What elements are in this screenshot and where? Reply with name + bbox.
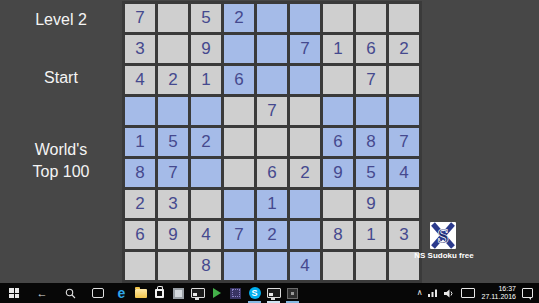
taskbar-skype-button[interactable]: S bbox=[245, 283, 264, 303]
cell-r7c5[interactable]: 1 bbox=[257, 190, 287, 218]
cell-r6c8[interactable]: 5 bbox=[356, 159, 386, 187]
cell-r8c2[interactable]: 9 bbox=[158, 221, 188, 249]
cell-r5c3[interactable]: 2 bbox=[191, 128, 221, 156]
cell-r3c9[interactable] bbox=[389, 66, 419, 94]
cell-r1c9[interactable] bbox=[389, 4, 419, 32]
cell-r8c5[interactable]: 2 bbox=[257, 221, 287, 249]
cell-r4c2[interactable] bbox=[158, 97, 188, 125]
cell-r2c5[interactable] bbox=[257, 35, 287, 63]
worlds-top-100-line1: World's bbox=[0, 139, 122, 161]
task-view-icon bbox=[92, 288, 104, 298]
taskbar-app-monitor-button[interactable] bbox=[188, 283, 207, 303]
logo-monogram: S bbox=[437, 224, 449, 248]
cell-r1c5[interactable] bbox=[257, 4, 287, 32]
taskbar-photos-button[interactable] bbox=[169, 283, 188, 303]
cell-r1c7[interactable] bbox=[323, 4, 353, 32]
cell-r6c3[interactable] bbox=[191, 159, 221, 187]
menu-item-start[interactable]: Start bbox=[0, 69, 122, 87]
touch-keyboard-icon[interactable] bbox=[461, 288, 475, 298]
cell-r3c3[interactable]: 1 bbox=[191, 66, 221, 94]
monitor-app-icon bbox=[267, 288, 281, 298]
cell-r3c6[interactable] bbox=[290, 66, 320, 94]
cell-r9c1[interactable] bbox=[125, 252, 155, 280]
cell-r2c1[interactable]: 3 bbox=[125, 35, 155, 63]
cell-r2c8[interactable]: 6 bbox=[356, 35, 386, 63]
cell-r8c1[interactable]: 6 bbox=[125, 221, 155, 249]
cell-r4c8[interactable] bbox=[356, 97, 386, 125]
cell-r4c4[interactable] bbox=[224, 97, 254, 125]
cell-r2c3[interactable]: 9 bbox=[191, 35, 221, 63]
cell-r2c9[interactable]: 2 bbox=[389, 35, 419, 63]
cell-r6c1[interactable]: 8 bbox=[125, 159, 155, 187]
cell-r1c4[interactable]: 2 bbox=[224, 4, 254, 32]
hidden-icons-chevron[interactable]: ∧ bbox=[417, 289, 423, 297]
cell-r4c6[interactable] bbox=[290, 97, 320, 125]
cell-r5c7[interactable]: 6 bbox=[323, 128, 353, 156]
cell-r3c2[interactable]: 2 bbox=[158, 66, 188, 94]
cell-r6c7[interactable]: 9 bbox=[323, 159, 353, 187]
cell-r7c3[interactable] bbox=[191, 190, 221, 218]
cell-r1c8[interactable] bbox=[356, 4, 386, 32]
cell-r1c6[interactable] bbox=[290, 4, 320, 32]
search-button[interactable] bbox=[56, 283, 84, 303]
cell-r4c7[interactable] bbox=[323, 97, 353, 125]
file-explorer-icon bbox=[135, 289, 147, 298]
volume-icon[interactable] bbox=[444, 289, 455, 298]
cell-r8c3[interactable]: 4 bbox=[191, 221, 221, 249]
sudoku-board: 7523971624216771526878762954231969472813… bbox=[122, 1, 422, 283]
clock-date: 27.11.2016 bbox=[481, 293, 516, 301]
cell-r2c2[interactable] bbox=[158, 35, 188, 63]
ns-sudoku-logo-icon: S bbox=[430, 222, 456, 249]
photos-icon bbox=[173, 288, 184, 299]
taskbar-file-explorer-button[interactable] bbox=[131, 283, 150, 303]
taskbar-active-app-button[interactable] bbox=[264, 283, 283, 303]
menu-item-worlds-top-100[interactable]: World's Top 100 bbox=[0, 139, 122, 183]
cell-r6c2[interactable]: 7 bbox=[158, 159, 188, 187]
cell-r1c2[interactable] bbox=[158, 4, 188, 32]
cell-r5c5[interactable] bbox=[257, 128, 287, 156]
cell-r4c3[interactable] bbox=[191, 97, 221, 125]
cell-r7c1[interactable]: 2 bbox=[125, 190, 155, 218]
cell-r6c9[interactable]: 4 bbox=[389, 159, 419, 187]
taskbar-edge-button[interactable]: e bbox=[112, 283, 131, 303]
system-tray: ∧ 16:37 27.11.2016 bbox=[417, 285, 539, 301]
cell-r5c1[interactable]: 1 bbox=[125, 128, 155, 156]
logo-label: NS Sudoku free bbox=[399, 251, 489, 260]
cell-r3c7[interactable] bbox=[323, 66, 353, 94]
cell-r9c3[interactable]: 8 bbox=[191, 252, 221, 280]
cell-r9c6[interactable]: 4 bbox=[290, 252, 320, 280]
cell-r2c4[interactable] bbox=[224, 35, 254, 63]
monitor-app-icon bbox=[191, 288, 205, 298]
app-window: Level 2 Start World's Top 100 7523971624… bbox=[0, 0, 539, 303]
cell-r7c2[interactable]: 3 bbox=[158, 190, 188, 218]
cell-r8c4[interactable]: 7 bbox=[224, 221, 254, 249]
cell-r8c6[interactable] bbox=[290, 221, 320, 249]
cell-r8c8[interactable]: 1 bbox=[356, 221, 386, 249]
cell-r7c4[interactable] bbox=[224, 190, 254, 218]
cell-r6c4[interactable] bbox=[224, 159, 254, 187]
skype-icon: S bbox=[249, 287, 261, 299]
cell-r5c9[interactable]: 7 bbox=[389, 128, 419, 156]
play-icon bbox=[213, 288, 221, 298]
cell-r2c6[interactable]: 7 bbox=[290, 35, 320, 63]
taskbar-clock[interactable]: 16:37 27.11.2016 bbox=[481, 285, 516, 301]
cell-r7c9[interactable] bbox=[389, 190, 419, 218]
cell-r4c5[interactable]: 7 bbox=[257, 97, 287, 125]
task-view-button[interactable] bbox=[84, 283, 112, 303]
search-icon bbox=[65, 288, 76, 299]
cell-r3c1[interactable]: 4 bbox=[125, 66, 155, 94]
cell-r8c9[interactable]: 3 bbox=[389, 221, 419, 249]
menu-item-level[interactable]: Level 2 bbox=[0, 11, 122, 29]
cell-r9c4[interactable] bbox=[224, 252, 254, 280]
cell-r3c4[interactable]: 6 bbox=[224, 66, 254, 94]
cell-r5c8[interactable]: 8 bbox=[356, 128, 386, 156]
small-app-icon bbox=[287, 288, 298, 299]
cell-r1c3[interactable]: 5 bbox=[191, 4, 221, 32]
cell-r5c6[interactable] bbox=[290, 128, 320, 156]
cell-r9c2[interactable] bbox=[158, 252, 188, 280]
back-button[interactable]: ← bbox=[28, 283, 56, 303]
back-arrow-icon: ← bbox=[37, 288, 48, 299]
taskbar: ← e S bbox=[0, 283, 539, 303]
cell-r7c7[interactable] bbox=[323, 190, 353, 218]
cell-r3c5[interactable] bbox=[257, 66, 287, 94]
taskbar-store-button[interactable] bbox=[150, 283, 169, 303]
worlds-top-100-line2: Top 100 bbox=[0, 161, 122, 183]
cell-r5c4[interactable] bbox=[224, 128, 254, 156]
taskbar-media-play-button[interactable] bbox=[207, 283, 226, 303]
taskbar-small-app-button[interactable] bbox=[283, 283, 302, 303]
clock-time: 16:37 bbox=[481, 285, 516, 293]
cell-r3c8[interactable]: 7 bbox=[356, 66, 386, 94]
start-button[interactable] bbox=[0, 283, 28, 303]
cell-r9c8[interactable] bbox=[356, 252, 386, 280]
cell-r4c1[interactable] bbox=[125, 97, 155, 125]
action-center-icon[interactable] bbox=[522, 288, 533, 298]
cell-r4c9[interactable] bbox=[389, 97, 419, 125]
cell-r6c6[interactable]: 2 bbox=[290, 159, 320, 187]
store-icon bbox=[155, 289, 164, 298]
cell-r7c6[interactable] bbox=[290, 190, 320, 218]
taskbar-dark-app-button[interactable] bbox=[226, 283, 245, 303]
cell-r2c7[interactable]: 1 bbox=[323, 35, 353, 63]
cell-r9c5[interactable] bbox=[257, 252, 287, 280]
cell-r7c8[interactable]: 9 bbox=[356, 190, 386, 218]
cell-r6c5[interactable]: 6 bbox=[257, 159, 287, 187]
network-icon[interactable] bbox=[428, 289, 438, 297]
cell-r9c7[interactable] bbox=[323, 252, 353, 280]
cell-r1c1[interactable]: 7 bbox=[125, 4, 155, 32]
windows-logo-icon bbox=[9, 288, 19, 298]
edge-icon: e bbox=[118, 286, 126, 300]
cell-r8c7[interactable]: 8 bbox=[323, 221, 353, 249]
cell-r5c2[interactable]: 5 bbox=[158, 128, 188, 156]
dark-app-icon bbox=[230, 288, 241, 299]
